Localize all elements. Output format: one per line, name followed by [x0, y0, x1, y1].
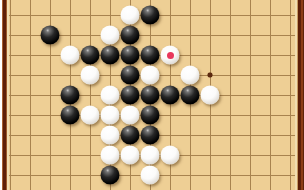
black-stone: [101, 166, 120, 185]
white-stone: [81, 66, 100, 85]
white-stone: [101, 126, 120, 145]
white-stone: [141, 146, 160, 165]
white-stone: [101, 86, 120, 105]
white-stone: [101, 146, 120, 165]
white-stone: [201, 86, 220, 105]
black-stone: [121, 46, 140, 65]
black-stone: [121, 26, 140, 45]
board-left-frame: [0, 0, 9, 190]
white-stone: [101, 26, 120, 45]
white-stone: [141, 166, 160, 185]
black-stone: [121, 86, 140, 105]
black-stone: [141, 46, 160, 65]
white-stone: [161, 146, 180, 165]
board-grid[interactable]: [0, 0, 304, 190]
white-stone: [181, 66, 200, 85]
black-stone: [161, 86, 180, 105]
gomoku-board: [0, 0, 304, 190]
black-stone: [121, 126, 140, 145]
white-stone: [121, 146, 140, 165]
black-stone: [81, 46, 100, 65]
black-stone: [141, 6, 160, 25]
black-stone: [61, 106, 80, 125]
black-stone: [41, 26, 60, 45]
black-stone: [141, 126, 160, 145]
white-stone: [81, 106, 100, 125]
black-stone: [61, 86, 80, 105]
white-stone: [121, 106, 140, 125]
last-move-marker: [167, 52, 174, 59]
white-stone: [101, 106, 120, 125]
star-point-dot: [208, 73, 213, 78]
white-stone: [161, 46, 180, 65]
black-stone: [141, 86, 160, 105]
white-stone: [121, 6, 140, 25]
black-stone: [101, 46, 120, 65]
white-stone: [141, 66, 160, 85]
white-stone: [61, 46, 80, 65]
black-stone: [121, 66, 140, 85]
board-right-frame: [295, 0, 304, 190]
black-stone: [141, 106, 160, 125]
black-stone: [181, 86, 200, 105]
